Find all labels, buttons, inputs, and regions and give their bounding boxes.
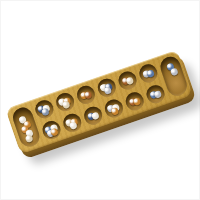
gem-stone	[133, 98, 142, 107]
product-photo-canvas	[0, 0, 200, 200]
mancala-board	[5, 50, 193, 155]
gem-stone	[126, 77, 135, 86]
gem-stone	[146, 70, 155, 79]
gem-stone	[154, 90, 163, 99]
pit-top-3[interactable]	[75, 83, 98, 106]
pit-top-2[interactable]	[54, 91, 77, 114]
pit-top-1[interactable]	[33, 98, 56, 121]
pit-bottom-3[interactable]	[82, 104, 105, 127]
board-top-face	[5, 50, 193, 155]
gem-stone	[84, 91, 93, 100]
pit-bottom-4[interactable]	[102, 97, 125, 120]
pit-top-5[interactable]	[116, 69, 139, 92]
pit-top-4[interactable]	[95, 76, 118, 99]
pit-top-6[interactable]	[137, 62, 160, 85]
pit-bottom-2[interactable]	[61, 111, 84, 134]
pit-bottom-5[interactable]	[123, 90, 146, 113]
pit-bottom-6[interactable]	[144, 83, 167, 106]
gem-stone	[91, 112, 100, 121]
pit-bottom-1[interactable]	[40, 119, 63, 142]
gem-stone	[169, 68, 178, 77]
